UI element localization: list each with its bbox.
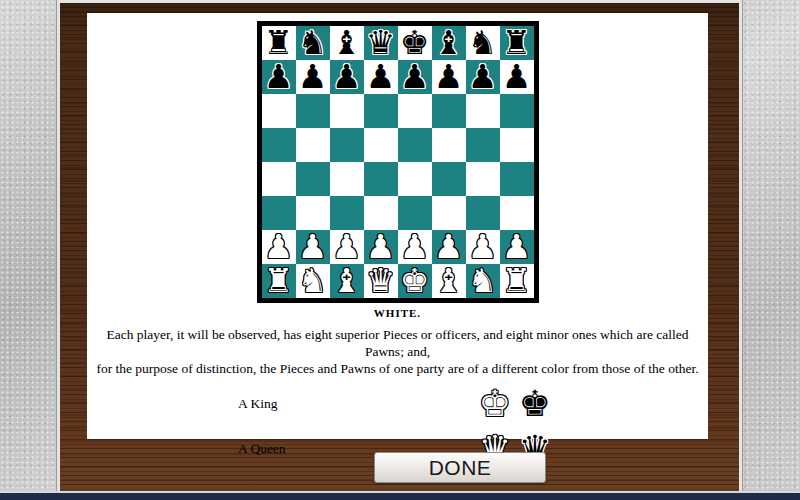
square-h2: ♟: [500, 230, 534, 264]
square-b4: [296, 162, 330, 196]
square-f1: ♝: [432, 264, 466, 298]
square-d7: ♟: [364, 60, 398, 94]
black-king-icon: ♚: [400, 26, 430, 60]
square-c7: ♟: [330, 60, 364, 94]
square-h7: ♟: [500, 60, 534, 94]
black-bishop-icon: ♝: [434, 26, 464, 60]
done-button[interactable]: DONE: [374, 452, 546, 483]
king-glyphs: ♚ ♚: [478, 386, 552, 422]
square-a2: ♟: [262, 230, 296, 264]
king-label: A King: [238, 396, 478, 412]
white-bishop-icon: ♝: [434, 264, 464, 298]
chess-board: ♜♞♝♛♚♝♞♜♟♟♟♟♟♟♟♟♟♟♟♟♟♟♟♟♜♞♝♛♚♝♞♜: [257, 21, 539, 303]
white-pawn-icon: ♟: [434, 230, 464, 264]
white-pawn-icon: ♟: [332, 230, 362, 264]
paragraph-line-1: Each player, it will be observed, has ei…: [87, 326, 708, 360]
square-h8: ♜: [500, 26, 534, 60]
white-knight-icon: ♞: [298, 264, 328, 298]
square-g6: [466, 94, 500, 128]
black-pawn-icon: ♟: [332, 60, 362, 94]
square-c2: ♟: [330, 230, 364, 264]
square-e6: [398, 94, 432, 128]
bottom-bar: [0, 491, 800, 500]
square-c4: [330, 162, 364, 196]
square-c3: [330, 196, 364, 230]
square-e8: ♚: [398, 26, 432, 60]
black-pawn-icon: ♟: [264, 60, 294, 94]
square-b3: [296, 196, 330, 230]
square-b7: ♟: [296, 60, 330, 94]
white-queen-icon: ♛: [366, 264, 396, 298]
square-e7: ♟: [398, 60, 432, 94]
square-g5: [466, 128, 500, 162]
square-d2: ♟: [364, 230, 398, 264]
white-pawn-icon: ♟: [400, 230, 430, 264]
lesson-paragraph: Each player, it will be observed, has ei…: [87, 326, 708, 377]
wood-frame-window: ♜♞♝♛♚♝♞♜♟♟♟♟♟♟♟♟♟♟♟♟♟♟♟♟♜♞♝♛♚♝♞♜ WHITE. …: [57, 0, 742, 494]
black-pawn-icon: ♟: [400, 60, 430, 94]
black-pawn-icon: ♟: [502, 60, 532, 94]
square-a8: ♜: [262, 26, 296, 60]
black-pawn-icon: ♟: [298, 60, 328, 94]
white-king-icon: ♚: [400, 264, 430, 298]
square-f7: ♟: [432, 60, 466, 94]
square-c5: [330, 128, 364, 162]
square-h5: [500, 128, 534, 162]
black-bishop-icon: ♝: [332, 26, 362, 60]
lesson-page: ♜♞♝♛♚♝♞♜♟♟♟♟♟♟♟♟♟♟♟♟♟♟♟♟♜♞♝♛♚♝♞♜ WHITE. …: [87, 13, 708, 439]
square-g3: [466, 196, 500, 230]
square-g2: ♟: [466, 230, 500, 264]
square-b1: ♞: [296, 264, 330, 298]
square-f6: [432, 94, 466, 128]
black-queen-icon: ♛: [366, 26, 396, 60]
square-e2: ♟: [398, 230, 432, 264]
square-f5: [432, 128, 466, 162]
square-e4: [398, 162, 432, 196]
black-rook-icon: ♜: [502, 26, 532, 60]
square-f3: [432, 196, 466, 230]
white-pawn-icon: ♟: [298, 230, 328, 264]
square-b8: ♞: [296, 26, 330, 60]
paragraph-line-2: for the purpose of distinction, the Piec…: [87, 360, 708, 377]
square-e1: ♚: [398, 264, 432, 298]
black-king-icon: ♚: [518, 386, 552, 422]
white-pawn-icon: ♟: [264, 230, 294, 264]
white-bishop-icon: ♝: [332, 264, 362, 298]
white-rook-icon: ♜: [264, 264, 294, 298]
square-g8: ♞: [466, 26, 500, 60]
square-d5: [364, 128, 398, 162]
square-h3: [500, 196, 534, 230]
board-caption: WHITE.: [87, 307, 708, 319]
square-d4: [364, 162, 398, 196]
square-b5: [296, 128, 330, 162]
white-king-icon: ♚: [478, 386, 512, 422]
square-g1: ♞: [466, 264, 500, 298]
white-knight-icon: ♞: [468, 264, 498, 298]
white-pawn-icon: ♟: [502, 230, 532, 264]
white-rook-icon: ♜: [502, 264, 532, 298]
black-knight-icon: ♞: [298, 26, 328, 60]
square-d3: [364, 196, 398, 230]
square-h1: ♜: [500, 264, 534, 298]
square-f4: [432, 162, 466, 196]
square-d6: [364, 94, 398, 128]
square-g4: [466, 162, 500, 196]
square-a6: [262, 94, 296, 128]
black-rook-icon: ♜: [264, 26, 294, 60]
square-f8: ♝: [432, 26, 466, 60]
black-knight-icon: ♞: [468, 26, 498, 60]
white-pawn-icon: ♟: [366, 230, 396, 264]
black-pawn-icon: ♟: [468, 60, 498, 94]
square-f2: ♟: [432, 230, 466, 264]
square-h4: [500, 162, 534, 196]
square-a3: [262, 196, 296, 230]
black-pawn-icon: ♟: [434, 60, 464, 94]
square-c6: [330, 94, 364, 128]
square-a5: [262, 128, 296, 162]
square-c8: ♝: [330, 26, 364, 60]
square-b2: ♟: [296, 230, 330, 264]
square-a7: ♟: [262, 60, 296, 94]
definition-row-king: A King ♚ ♚: [87, 386, 708, 422]
black-pawn-icon: ♟: [366, 60, 396, 94]
square-b6: [296, 94, 330, 128]
square-a4: [262, 162, 296, 196]
square-h6: [500, 94, 534, 128]
square-e3: [398, 196, 432, 230]
square-e5: [398, 128, 432, 162]
white-pawn-icon: ♟: [468, 230, 498, 264]
square-d1: ♛: [364, 264, 398, 298]
square-g7: ♟: [466, 60, 500, 94]
square-a1: ♜: [262, 264, 296, 298]
square-d8: ♛: [364, 26, 398, 60]
square-c1: ♝: [330, 264, 364, 298]
